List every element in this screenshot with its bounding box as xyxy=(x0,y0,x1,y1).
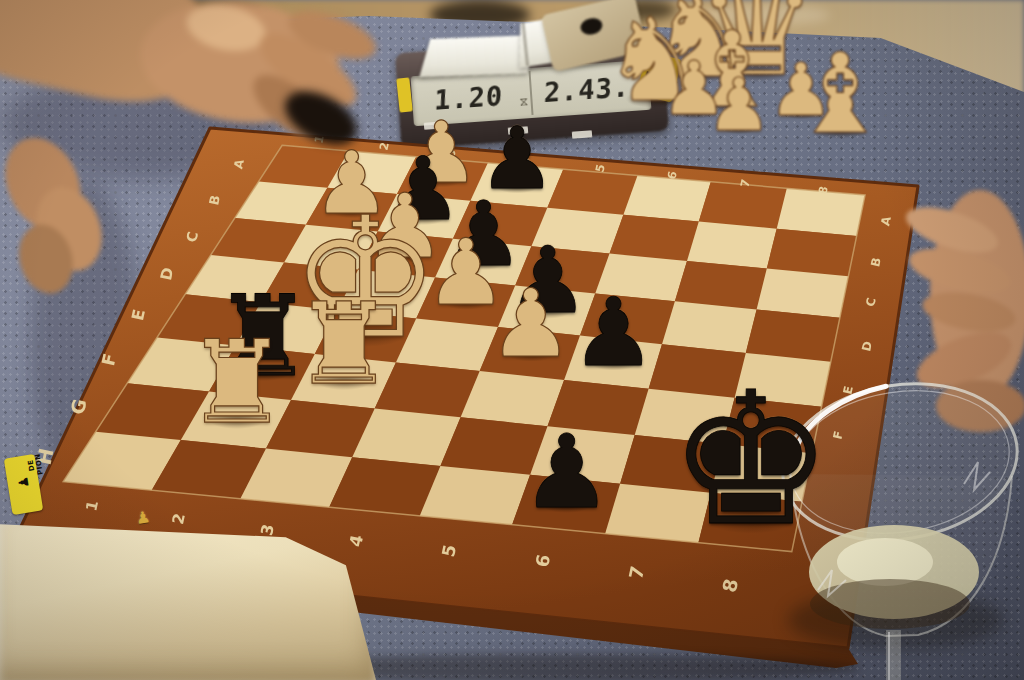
chess-piece-white-pawn-e5[interactable]: ♟ xyxy=(489,286,573,362)
chess-piece-white-rook-f3[interactable]: ♜ xyxy=(293,299,394,390)
chess-piece-white-rook-g2[interactable]: ♜ xyxy=(185,336,288,429)
captured-white-pawn[interactable]: ♟ xyxy=(706,75,771,134)
chess-piece-black-pawn-e6[interactable]: ♟ xyxy=(571,294,656,371)
chess-photo-scene: 1.20 2.43. ⧖ 1 ABCDEFGHABCDEF12345678123… xyxy=(0,0,1024,680)
chess-piece-black-pawn-h6[interactable]: ♟ xyxy=(521,431,612,513)
chess-piece-black-king-h8[interactable]: ♚ xyxy=(668,385,833,534)
captured-white-bishop[interactable]: ♝ xyxy=(791,50,890,139)
